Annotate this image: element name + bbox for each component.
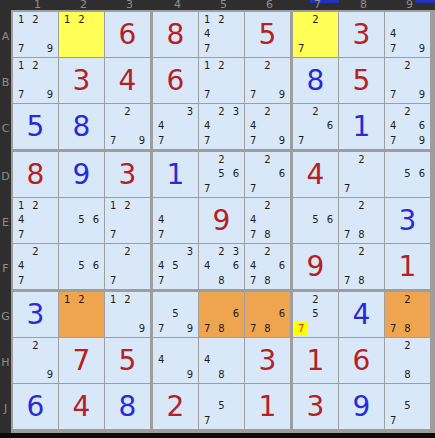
candidate-4: 4: [154, 213, 168, 227]
candidate-8: 8: [214, 322, 228, 336]
cell-F7[interactable]: 9: [293, 244, 338, 289]
cell-D1[interactable]: 8: [13, 152, 58, 197]
empty-candidate-slot: [89, 42, 103, 56]
candidate-grid: 1279: [13, 58, 58, 103]
empty-candidate-slot: [275, 182, 289, 196]
empty-candidate-slot: [229, 73, 243, 87]
cell-J6[interactable]: 1: [245, 384, 290, 429]
cell-H2[interactable]: 7: [59, 338, 104, 383]
cell-G5[interactable]: 678: [199, 292, 244, 337]
cell-H4[interactable]: 49: [153, 338, 198, 383]
cell-C2[interactable]: 8: [59, 104, 104, 149]
cell-E4[interactable]: 47: [153, 198, 198, 243]
solved-digit: 5: [27, 113, 45, 141]
empty-candidate-slot: [369, 245, 383, 259]
empty-candidate-slot: [214, 27, 228, 41]
box-4: 8931247561272475627: [13, 152, 150, 289]
empty-candidate-slot: [200, 293, 214, 307]
candidate-7: 7: [154, 322, 168, 336]
empty-candidate-slot: [308, 199, 322, 213]
empty-candidate-slot: [400, 414, 414, 428]
empty-candidate-slot: [214, 182, 228, 196]
solved-digit: 8: [119, 393, 137, 421]
cell-J2[interactable]: 4: [59, 384, 104, 429]
empty-candidate-slot: [183, 213, 197, 227]
cell-C4[interactable]: 347: [153, 104, 198, 149]
given-digit: 3: [353, 21, 371, 49]
candidate-7: 7: [14, 228, 28, 242]
empty-candidate-slot: [214, 119, 228, 133]
solved-digit: 3: [27, 301, 45, 329]
empty-candidate-slot: [308, 322, 322, 336]
candidate-2: 2: [260, 199, 274, 213]
candidate-grid: 267: [245, 152, 290, 197]
empty-candidate-slot: [43, 259, 57, 273]
candidate-grid: 57: [199, 384, 244, 429]
cell-C5[interactable]: 2347: [199, 104, 244, 149]
cell-F5[interactable]: 23468: [199, 244, 244, 289]
empty-candidate-slot: [400, 385, 414, 399]
empty-candidate-slot: [369, 259, 383, 273]
empty-candidate-slot: [260, 167, 274, 181]
candidate-2: 2: [260, 105, 274, 119]
empty-candidate-slot: [400, 73, 414, 87]
cell-J9[interactable]: 57: [385, 384, 430, 429]
empty-candidate-slot: [386, 293, 400, 307]
empty-candidate-slot: [260, 182, 274, 196]
empty-candidate-slot: [260, 119, 274, 133]
candidate-5: 5: [308, 307, 322, 321]
candidate-grid: 579: [153, 292, 198, 337]
cell-G1[interactable]: 3: [13, 292, 58, 337]
candidate-4: 4: [200, 259, 214, 273]
cell-J8[interactable]: 9: [339, 384, 384, 429]
empty-candidate-slot: [260, 134, 274, 148]
empty-candidate-slot: [275, 213, 289, 227]
candidate-1: 1: [14, 13, 28, 27]
candidate-grid: 56: [385, 152, 430, 197]
empty-candidate-slot: [43, 228, 57, 242]
candidate-4: 4: [14, 213, 28, 227]
empty-candidate-slot: [89, 27, 103, 41]
candidate-2: 2: [120, 293, 134, 307]
empty-candidate-slot: [229, 339, 243, 353]
cell-E8[interactable]: 278: [339, 198, 384, 243]
given-digit: 5: [119, 347, 137, 375]
cell-F3[interactable]: 27: [105, 244, 150, 289]
empty-candidate-slot: [183, 199, 197, 213]
empty-candidate-slot: [415, 27, 429, 41]
empty-candidate-slot: [229, 293, 243, 307]
candidate-grid: 129: [105, 292, 150, 337]
cell-A8[interactable]: 3: [339, 12, 384, 57]
cell-B8[interactable]: 5: [339, 58, 384, 103]
cell-A6[interactable]: 5: [245, 12, 290, 57]
cell-B7[interactable]: 8: [293, 58, 338, 103]
empty-candidate-slot: [183, 119, 197, 133]
given-digit: 5: [353, 67, 371, 95]
empty-candidate-slot: [229, 88, 243, 102]
empty-candidate-slot: [89, 13, 103, 27]
candidate-7: 7: [154, 134, 168, 148]
candidate-grid: 3457: [153, 244, 198, 289]
candidate-2: 2: [400, 293, 414, 307]
empty-candidate-slot: [74, 322, 88, 336]
candidate-grid: 49: [153, 338, 198, 383]
cell-H5[interactable]: 48: [199, 338, 244, 383]
empty-candidate-slot: [43, 73, 57, 87]
empty-candidate-slot: [183, 307, 197, 321]
empty-candidate-slot: [294, 213, 308, 227]
empty-candidate-slot: [106, 105, 120, 119]
cell-A1[interactable]: 1279: [13, 12, 58, 57]
cell-D4[interactable]: 1: [153, 152, 198, 197]
row-label-B: B: [0, 60, 11, 105]
box-7: 3121292975648: [13, 292, 150, 429]
empty-candidate-slot: [28, 274, 42, 288]
candidate-grid: 28: [385, 338, 430, 383]
cell-H9[interactable]: 28: [385, 338, 430, 383]
empty-candidate-slot: [246, 105, 260, 119]
row-label-H: H: [0, 340, 11, 385]
empty-candidate-slot: [369, 213, 383, 227]
cell-E2[interactable]: 56: [59, 198, 104, 243]
empty-candidate-slot: [106, 119, 120, 133]
candidate-7: 7: [340, 182, 354, 196]
column-label-9: 9: [387, 0, 432, 10]
empty-candidate-slot: [260, 259, 274, 273]
cell-D2[interactable]: 9: [59, 152, 104, 197]
row-label-J: J: [0, 386, 11, 431]
empty-candidate-slot: [415, 105, 429, 119]
candidate-3: 3: [183, 105, 197, 119]
candidate-6: 6: [229, 307, 243, 321]
empty-candidate-slot: [183, 259, 197, 273]
window-bottom-edge: [0, 433, 435, 438]
highlighted-candidate-7: 7: [294, 322, 308, 336]
empty-candidate-slot: [340, 167, 354, 181]
cell-J1[interactable]: 6: [13, 384, 58, 429]
candidate-4: 4: [246, 213, 260, 227]
candidate-3: 3: [183, 245, 197, 259]
empty-candidate-slot: [415, 368, 429, 382]
empty-candidate-slot: [135, 245, 149, 259]
empty-candidate-slot: [89, 322, 103, 336]
candidate-grid: 267: [293, 104, 338, 149]
candidate-2: 2: [214, 245, 228, 259]
empty-candidate-slot: [386, 105, 400, 119]
empty-candidate-slot: [323, 228, 337, 242]
candidate-7: 7: [386, 42, 400, 56]
empty-candidate-slot: [135, 213, 149, 227]
empty-candidate-slot: [14, 27, 28, 41]
candidate-8: 8: [214, 274, 228, 288]
empty-candidate-slot: [308, 42, 322, 56]
column-label-group: 456: [155, 0, 292, 10]
cell-F8[interactable]: 278: [339, 244, 384, 289]
cell-E5[interactable]: 9: [199, 198, 244, 243]
empty-candidate-slot: [106, 322, 120, 336]
box-9: 257427816283957: [293, 292, 430, 429]
empty-candidate-slot: [294, 13, 308, 27]
candidate-2: 2: [214, 105, 228, 119]
candidate-5: 5: [308, 213, 322, 227]
candidate-6: 6: [229, 259, 243, 273]
cell-E1[interactable]: 1247: [13, 198, 58, 243]
cell-E9[interactable]: 3: [385, 198, 430, 243]
empty-candidate-slot: [246, 153, 260, 167]
cell-F1[interactable]: 247: [13, 244, 58, 289]
box-6: 4275656278392781: [293, 152, 430, 289]
cell-J5[interactable]: 57: [199, 384, 244, 429]
empty-candidate-slot: [400, 88, 414, 102]
cell-F4[interactable]: 3457: [153, 244, 198, 289]
candidate-2: 2: [28, 245, 42, 259]
candidate-grid: 678: [199, 292, 244, 337]
cell-D9[interactable]: 56: [385, 152, 430, 197]
empty-candidate-slot: [14, 339, 28, 353]
given-digit: 4: [73, 393, 91, 421]
empty-candidate-slot: [323, 105, 337, 119]
cell-A9[interactable]: 479: [385, 12, 430, 57]
cell-D8[interactable]: 27: [339, 152, 384, 197]
empty-candidate-slot: [400, 153, 414, 167]
candidate-grid: 27: [339, 152, 384, 197]
solved-digit: 3: [399, 207, 417, 235]
cell-J3[interactable]: 8: [105, 384, 150, 429]
empty-candidate-slot: [415, 339, 429, 353]
empty-candidate-slot: [43, 199, 57, 213]
candidate-4: 4: [200, 27, 214, 41]
given-digit: 8: [167, 21, 185, 49]
column-label-1: 1: [15, 0, 60, 10]
cell-F9[interactable]: 1: [385, 244, 430, 289]
row-label-D: D: [0, 154, 11, 199]
cell-G4[interactable]: 579: [153, 292, 198, 337]
cell-B9[interactable]: 279: [385, 58, 430, 103]
given-digit: 9: [213, 207, 231, 235]
candidate-7: 7: [246, 134, 260, 148]
empty-candidate-slot: [386, 153, 400, 167]
cell-G3[interactable]: 129: [105, 292, 150, 337]
cell-H7[interactable]: 1: [293, 338, 338, 383]
cell-B4[interactable]: 6: [153, 58, 198, 103]
empty-candidate-slot: [135, 307, 149, 321]
empty-candidate-slot: [74, 245, 88, 259]
candidate-7: 7: [246, 322, 260, 336]
cell-H8[interactable]: 6: [339, 338, 384, 383]
empty-candidate-slot: [168, 199, 182, 213]
row-label-A: A: [0, 14, 11, 59]
cell-G6[interactable]: 678: [245, 292, 290, 337]
box-8: 579678678494832571: [153, 292, 290, 429]
empty-candidate-slot: [323, 293, 337, 307]
empty-candidate-slot: [260, 293, 274, 307]
candidate-9: 9: [135, 322, 149, 336]
candidate-grid: 279: [385, 58, 430, 103]
candidate-2: 2: [354, 245, 368, 259]
empty-candidate-slot: [43, 274, 57, 288]
empty-candidate-slot: [246, 307, 260, 321]
candidate-7: 7: [106, 228, 120, 242]
cell-B1[interactable]: 1279: [13, 58, 58, 103]
empty-candidate-slot: [74, 307, 88, 321]
candidate-8: 8: [260, 228, 274, 242]
cell-C6[interactable]: 2479: [245, 104, 290, 149]
empty-candidate-slot: [43, 213, 57, 227]
cell-H6[interactable]: 3: [245, 338, 290, 383]
empty-candidate-slot: [275, 228, 289, 242]
empty-candidate-slot: [168, 245, 182, 259]
candidate-4: 4: [154, 353, 168, 367]
candidate-grid: 12: [59, 12, 104, 57]
cell-D5[interactable]: 2567: [199, 152, 244, 197]
cell-C8[interactable]: 1: [339, 104, 384, 149]
empty-candidate-slot: [275, 153, 289, 167]
candidate-grid: 127: [105, 198, 150, 243]
empty-candidate-slot: [154, 307, 168, 321]
candidate-grid: 27: [293, 12, 338, 57]
column-label-group: 789: [295, 0, 432, 10]
candidate-2: 2: [308, 105, 322, 119]
row-labels: ABCDEFGHJ: [0, 10, 11, 435]
empty-candidate-slot: [246, 73, 260, 87]
empty-candidate-slot: [28, 213, 42, 227]
cell-C3[interactable]: 279: [105, 104, 150, 149]
empty-candidate-slot: [135, 228, 149, 242]
empty-candidate-slot: [28, 27, 42, 41]
cell-F2[interactable]: 56: [59, 244, 104, 289]
cell-J4[interactable]: 2: [153, 384, 198, 429]
given-digit: 1: [399, 253, 417, 281]
cell-C7[interactable]: 267: [293, 104, 338, 149]
empty-candidate-slot: [200, 274, 214, 288]
cell-B2[interactable]: 3: [59, 58, 104, 103]
empty-candidate-slot: [28, 73, 42, 87]
candidate-2: 2: [354, 199, 368, 213]
cell-D3[interactable]: 3: [105, 152, 150, 197]
candidate-7: 7: [294, 42, 308, 56]
cell-J7[interactable]: 3: [293, 384, 338, 429]
cell-A4[interactable]: 8: [153, 12, 198, 57]
empty-candidate-slot: [369, 199, 383, 213]
cell-G2[interactable]: 12: [59, 292, 104, 337]
cell-A7[interactable]: 27: [293, 12, 338, 57]
empty-candidate-slot: [354, 213, 368, 227]
empty-candidate-slot: [369, 228, 383, 242]
cell-B6[interactable]: 279: [245, 58, 290, 103]
candidate-2: 2: [400, 105, 414, 119]
candidate-grid: 57: [385, 384, 430, 429]
cell-B3[interactable]: 4: [105, 58, 150, 103]
cell-G8[interactable]: 4: [339, 292, 384, 337]
empty-candidate-slot: [386, 307, 400, 321]
candidate-1: 1: [60, 13, 74, 27]
empty-candidate-slot: [260, 307, 274, 321]
candidate-7: 7: [200, 182, 214, 196]
empty-candidate-slot: [415, 59, 429, 73]
empty-candidate-slot: [43, 353, 57, 367]
candidate-1: 1: [106, 293, 120, 307]
empty-candidate-slot: [60, 259, 74, 273]
empty-candidate-slot: [340, 213, 354, 227]
solved-digit: 4: [353, 301, 371, 329]
column-label-7: 7: [295, 0, 340, 10]
candidate-7: 7: [246, 228, 260, 242]
cell-D7[interactable]: 4: [293, 152, 338, 197]
candidate-6: 6: [275, 167, 289, 181]
cell-H1[interactable]: 29: [13, 338, 58, 383]
empty-candidate-slot: [89, 245, 103, 259]
candidate-grid: 1247: [199, 12, 244, 57]
cell-E3[interactable]: 127: [105, 198, 150, 243]
candidate-5: 5: [168, 259, 182, 273]
empty-candidate-slot: [386, 399, 400, 413]
candidate-2: 2: [120, 105, 134, 119]
empty-candidate-slot: [89, 228, 103, 242]
empty-candidate-slot: [168, 119, 182, 133]
candidate-1: 1: [14, 59, 28, 73]
empty-candidate-slot: [106, 245, 120, 259]
candidate-7: 7: [200, 322, 214, 336]
empty-candidate-slot: [323, 199, 337, 213]
row-label-F: F: [0, 246, 11, 291]
cell-G9[interactable]: 278: [385, 292, 430, 337]
candidate-9: 9: [415, 88, 429, 102]
cell-E6[interactable]: 2478: [245, 198, 290, 243]
cell-G7[interactable]: 257: [293, 292, 338, 337]
cell-A3[interactable]: 6: [105, 12, 150, 57]
candidate-7: 7: [14, 274, 28, 288]
candidate-4: 4: [386, 119, 400, 133]
given-digit: 6: [353, 347, 371, 375]
cell-E7[interactable]: 56: [293, 198, 338, 243]
empty-candidate-slot: [308, 134, 322, 148]
cell-C1[interactable]: 5: [13, 104, 58, 149]
cell-B5[interactable]: 127: [199, 58, 244, 103]
candidate-7: 7: [154, 274, 168, 288]
column-label-3: 3: [107, 0, 152, 10]
candidate-1: 1: [14, 199, 28, 213]
given-digit: 2: [167, 393, 185, 421]
empty-candidate-slot: [415, 73, 429, 87]
empty-candidate-slot: [340, 153, 354, 167]
candidate-7: 7: [386, 414, 400, 428]
candidate-6: 6: [275, 307, 289, 321]
empty-candidate-slot: [14, 245, 28, 259]
cell-C9[interactable]: 24679: [385, 104, 430, 149]
candidate-9: 9: [43, 368, 57, 382]
empty-candidate-slot: [168, 274, 182, 288]
cell-D6[interactable]: 267: [245, 152, 290, 197]
empty-candidate-slot: [246, 199, 260, 213]
empty-candidate-slot: [246, 167, 260, 181]
empty-candidate-slot: [246, 293, 260, 307]
candidate-grid: 2478: [245, 198, 290, 243]
cell-H3[interactable]: 5: [105, 338, 150, 383]
candidate-4: 4: [246, 259, 260, 273]
cell-A2[interactable]: 12: [59, 12, 104, 57]
candidate-7: 7: [14, 88, 28, 102]
empty-candidate-slot: [120, 119, 134, 133]
candidate-2: 2: [28, 13, 42, 27]
empty-candidate-slot: [275, 293, 289, 307]
empty-candidate-slot: [135, 119, 149, 133]
cell-F6[interactable]: 24678: [245, 244, 290, 289]
empty-candidate-slot: [275, 105, 289, 119]
cell-A5[interactable]: 1247: [199, 12, 244, 57]
candidate-2: 2: [400, 339, 414, 353]
